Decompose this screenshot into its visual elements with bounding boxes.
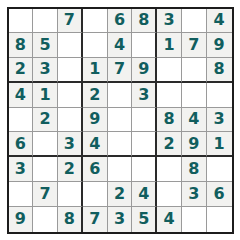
cell-r7c3: 2 bbox=[58, 157, 83, 182]
cell-r9c2[interactable] bbox=[33, 207, 58, 232]
cell-r7c6[interactable] bbox=[132, 157, 157, 182]
cell-r9c9[interactable] bbox=[207, 207, 232, 232]
cell-r1c7: 3 bbox=[157, 9, 182, 34]
cell-r6c2[interactable] bbox=[33, 132, 58, 157]
cell-r8c3[interactable] bbox=[58, 182, 83, 207]
cell-r4c5[interactable] bbox=[108, 83, 133, 108]
cell-r3c1: 2 bbox=[9, 58, 34, 83]
cell-r6c7: 2 bbox=[157, 132, 182, 157]
cell-r2c8: 7 bbox=[182, 33, 207, 58]
cell-r4c1: 4 bbox=[9, 83, 34, 108]
cell-r7c5[interactable] bbox=[108, 157, 133, 182]
cell-r9c3: 8 bbox=[58, 207, 83, 232]
cell-r2c3[interactable] bbox=[58, 33, 83, 58]
cell-r2c6[interactable] bbox=[132, 33, 157, 58]
cell-r6c6[interactable] bbox=[132, 132, 157, 157]
cell-r7c7[interactable] bbox=[157, 157, 182, 182]
cell-r2c1: 8 bbox=[9, 33, 34, 58]
cell-r8c2: 7 bbox=[33, 182, 58, 207]
cell-r8c6: 4 bbox=[132, 182, 157, 207]
cell-r3c5: 7 bbox=[108, 58, 133, 83]
cell-r5c2: 2 bbox=[33, 108, 58, 133]
cell-r3c2: 3 bbox=[33, 58, 58, 83]
cell-r4c7[interactable] bbox=[157, 83, 182, 108]
cell-r7c1: 3 bbox=[9, 157, 34, 182]
cell-r2c5: 4 bbox=[108, 33, 133, 58]
cell-r3c3[interactable] bbox=[58, 58, 83, 83]
cell-r5c6[interactable] bbox=[132, 108, 157, 133]
cell-r1c5: 6 bbox=[108, 9, 133, 34]
cell-r1c2[interactable] bbox=[33, 9, 58, 34]
cell-r7c4: 6 bbox=[83, 157, 108, 182]
cell-r9c1: 9 bbox=[9, 207, 34, 232]
cell-r5c9: 3 bbox=[207, 108, 232, 133]
cell-r5c7: 8 bbox=[157, 108, 182, 133]
cell-r3c7[interactable] bbox=[157, 58, 182, 83]
cell-r8c9: 6 bbox=[207, 182, 232, 207]
cell-r4c9[interactable] bbox=[207, 83, 232, 108]
cell-r9c6: 5 bbox=[132, 207, 157, 232]
cell-r9c5: 3 bbox=[108, 207, 133, 232]
cell-r4c3[interactable] bbox=[58, 83, 83, 108]
cell-r9c4: 7 bbox=[83, 207, 108, 232]
cell-r7c8: 8 bbox=[182, 157, 207, 182]
cell-r7c9[interactable] bbox=[207, 157, 232, 182]
cell-r3c4: 1 bbox=[83, 58, 108, 83]
cell-r5c8: 4 bbox=[182, 108, 207, 133]
cell-r4c2: 1 bbox=[33, 83, 58, 108]
cell-r5c4: 9 bbox=[83, 108, 108, 133]
cell-r3c8[interactable] bbox=[182, 58, 207, 83]
cell-r9c7: 4 bbox=[157, 207, 182, 232]
cell-r1c4[interactable] bbox=[83, 9, 108, 34]
cell-r5c5[interactable] bbox=[108, 108, 133, 133]
cell-r8c1[interactable] bbox=[9, 182, 34, 207]
cell-r1c8[interactable] bbox=[182, 9, 207, 34]
cell-r3c6: 9 bbox=[132, 58, 157, 83]
cell-r4c8[interactable] bbox=[182, 83, 207, 108]
cell-r4c6: 3 bbox=[132, 83, 157, 108]
cell-r6c1: 6 bbox=[9, 132, 34, 157]
cell-r3c9: 8 bbox=[207, 58, 232, 83]
cell-r9c8[interactable] bbox=[182, 207, 207, 232]
sudoku-page: 7683485417923179841232984363429132687243… bbox=[0, 0, 240, 240]
cell-r6c3: 3 bbox=[58, 132, 83, 157]
cell-r8c5: 2 bbox=[108, 182, 133, 207]
cell-r1c3: 7 bbox=[58, 9, 83, 34]
cell-r4c4: 2 bbox=[83, 83, 108, 108]
cell-r1c9: 4 bbox=[207, 9, 232, 34]
cell-r7c2[interactable] bbox=[33, 157, 58, 182]
cell-r8c7[interactable] bbox=[157, 182, 182, 207]
cell-r2c9: 9 bbox=[207, 33, 232, 58]
sudoku-board: 7683485417923179841232984363429132687243… bbox=[7, 7, 234, 234]
cell-r2c2: 5 bbox=[33, 33, 58, 58]
cell-r8c8: 3 bbox=[182, 182, 207, 207]
cell-r1c1[interactable] bbox=[9, 9, 34, 34]
cell-r6c8: 9 bbox=[182, 132, 207, 157]
cell-r6c5[interactable] bbox=[108, 132, 133, 157]
cell-r2c4[interactable] bbox=[83, 33, 108, 58]
cell-r1c6: 8 bbox=[132, 9, 157, 34]
cell-r2c7: 1 bbox=[157, 33, 182, 58]
cell-r8c4[interactable] bbox=[83, 182, 108, 207]
cell-r6c9: 1 bbox=[207, 132, 232, 157]
cell-r5c1[interactable] bbox=[9, 108, 34, 133]
cell-r6c4: 4 bbox=[83, 132, 108, 157]
cell-r5c3[interactable] bbox=[58, 108, 83, 133]
